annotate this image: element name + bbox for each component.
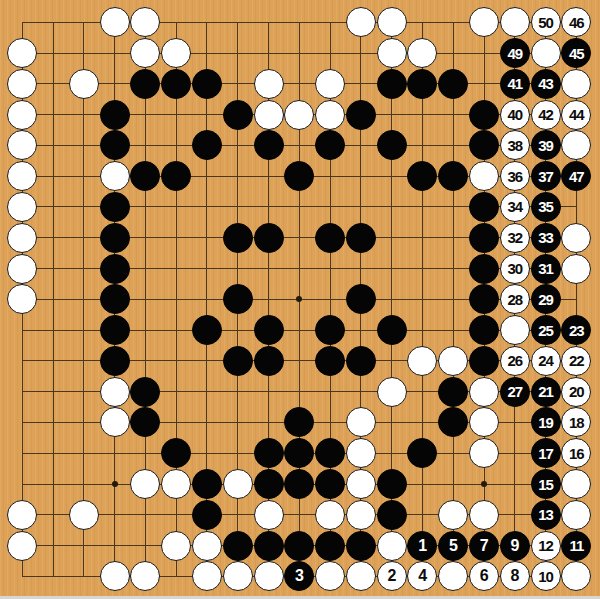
move-number: 46	[569, 15, 584, 30]
move-number: 27	[507, 384, 522, 399]
white-stone	[531, 38, 561, 68]
move-number: 11	[569, 538, 583, 553]
black-stone	[438, 69, 468, 99]
white-stone	[7, 254, 37, 284]
black-stone	[284, 407, 314, 437]
numbered-black-stone: 43	[531, 69, 561, 99]
move-number: 9	[511, 538, 519, 554]
numbered-black-stone: 7	[469, 531, 499, 561]
move-number: 25	[538, 323, 553, 338]
move-number: 31	[538, 261, 553, 276]
numbered-white-stone: 22	[561, 346, 591, 376]
move-number: 35	[538, 199, 553, 214]
black-stone	[100, 192, 130, 222]
move-number: 20	[569, 384, 584, 399]
move-number: 50	[538, 15, 553, 30]
move-number: 45	[569, 46, 584, 61]
black-stone	[223, 223, 253, 253]
black-stone	[100, 100, 130, 130]
white-stone	[69, 69, 99, 99]
black-stone	[161, 69, 191, 99]
numbered-white-stone: 34	[500, 192, 530, 222]
white-stone	[377, 531, 407, 561]
black-stone	[100, 315, 130, 345]
numbered-black-stone: 49	[500, 38, 530, 68]
move-number: 49	[507, 46, 522, 61]
numbered-black-stone: 29	[531, 284, 561, 314]
black-stone	[438, 407, 468, 437]
white-stone	[346, 407, 376, 437]
white-stone	[7, 130, 37, 160]
white-stone	[7, 192, 37, 222]
white-stone	[561, 500, 591, 530]
move-number: 41	[507, 76, 522, 91]
black-stone	[161, 438, 191, 468]
move-number: 3	[295, 568, 303, 584]
white-stone	[315, 500, 345, 530]
numbered-black-stone: 25	[531, 315, 561, 345]
numbered-black-stone: 13	[531, 500, 561, 530]
white-stone	[254, 100, 284, 130]
white-stone	[130, 561, 160, 591]
white-stone	[223, 561, 253, 591]
numbered-white-stone: 32	[500, 223, 530, 253]
move-number: 1	[418, 538, 426, 554]
move-number: 18	[569, 415, 584, 430]
white-stone	[561, 223, 591, 253]
move-number: 39	[538, 138, 553, 153]
move-number: 43	[538, 76, 553, 91]
white-stone	[130, 38, 160, 68]
black-stone	[469, 284, 499, 314]
black-stone	[469, 254, 499, 284]
numbered-black-stone: 33	[531, 223, 561, 253]
move-number: 4	[418, 568, 426, 584]
numbered-white-stone: 2	[377, 561, 407, 591]
move-number: 10	[538, 569, 553, 584]
move-number: 44	[569, 107, 584, 122]
move-number: 32	[507, 230, 522, 245]
white-stone	[346, 561, 376, 591]
black-stone	[407, 69, 437, 99]
white-stone	[223, 469, 253, 499]
white-stone	[346, 438, 376, 468]
move-number: 6	[480, 568, 488, 584]
move-number: 36	[507, 169, 522, 184]
black-stone	[407, 438, 437, 468]
black-stone	[469, 346, 499, 376]
white-stone	[100, 7, 130, 37]
move-number: 28	[507, 292, 522, 307]
move-number: 5	[449, 538, 457, 554]
white-stone	[469, 407, 499, 437]
black-stone	[100, 130, 130, 160]
white-stone	[254, 561, 284, 591]
numbered-black-stone: 5	[438, 531, 468, 561]
numbered-white-stone: 42	[531, 100, 561, 130]
hoshi-point	[296, 296, 302, 302]
black-stone	[100, 223, 130, 253]
white-stone	[561, 561, 591, 591]
black-stone	[254, 223, 284, 253]
white-stone	[100, 561, 130, 591]
numbered-white-stone: 8	[500, 561, 530, 591]
move-number: 30	[507, 261, 522, 276]
move-number: 19	[538, 415, 553, 430]
white-stone	[7, 161, 37, 191]
black-stone	[346, 346, 376, 376]
numbered-white-stone: 40	[500, 100, 530, 130]
numbered-white-stone: 12	[531, 531, 561, 561]
black-stone	[254, 438, 284, 468]
black-stone	[284, 161, 314, 191]
white-stone	[561, 69, 591, 99]
numbered-black-stone: 11	[561, 531, 591, 561]
numbered-white-stone: 26	[500, 346, 530, 376]
white-stone	[7, 284, 37, 314]
black-stone	[192, 69, 222, 99]
grid-line-v	[422, 22, 423, 577]
white-stone	[7, 69, 37, 99]
black-stone	[438, 377, 468, 407]
black-stone	[130, 69, 160, 99]
white-stone	[69, 500, 99, 530]
white-stone	[100, 161, 130, 191]
numbered-black-stone: 15	[531, 469, 561, 499]
white-stone	[315, 561, 345, 591]
black-stone	[346, 531, 376, 561]
white-stone	[377, 7, 407, 37]
black-stone	[469, 100, 499, 130]
numbered-black-stone: 31	[531, 254, 561, 284]
numbered-white-stone: 44	[561, 100, 591, 130]
white-stone	[377, 377, 407, 407]
black-stone	[192, 130, 222, 160]
white-stone	[500, 7, 530, 37]
numbered-black-stone: 9	[500, 531, 530, 561]
white-stone	[7, 500, 37, 530]
black-stone	[377, 69, 407, 99]
move-number: 40	[507, 107, 522, 122]
white-stone	[130, 469, 160, 499]
black-stone	[192, 469, 222, 499]
numbered-white-stone: 6	[469, 561, 499, 591]
hoshi-point	[481, 481, 487, 487]
white-stone	[469, 377, 499, 407]
black-stone	[377, 469, 407, 499]
black-stone	[100, 284, 130, 314]
black-stone	[377, 130, 407, 160]
black-stone	[469, 130, 499, 160]
hoshi-point	[112, 481, 118, 487]
move-number: 17	[538, 446, 553, 461]
move-number: 21	[538, 384, 553, 399]
move-number: 23	[569, 323, 584, 338]
white-stone	[284, 100, 314, 130]
white-stone	[192, 561, 222, 591]
black-stone	[192, 315, 222, 345]
black-stone	[469, 315, 499, 345]
numbered-black-stone: 21	[531, 377, 561, 407]
white-stone	[407, 38, 437, 68]
black-stone	[315, 469, 345, 499]
numbered-black-stone: 35	[531, 192, 561, 222]
numbered-white-stone: 18	[561, 407, 591, 437]
numbered-black-stone: 17	[531, 438, 561, 468]
black-stone	[346, 284, 376, 314]
numbered-black-stone: 1	[407, 531, 437, 561]
move-number: 34	[507, 199, 522, 214]
black-stone	[130, 377, 160, 407]
grid-line-v	[453, 22, 454, 577]
move-number: 42	[538, 107, 553, 122]
move-number: 24	[538, 353, 553, 368]
white-stone	[315, 69, 345, 99]
black-stone	[346, 223, 376, 253]
black-stone	[469, 192, 499, 222]
white-stone	[254, 69, 284, 99]
black-stone	[254, 346, 284, 376]
move-number: 47	[569, 169, 584, 184]
move-number: 12	[538, 538, 553, 553]
white-stone	[469, 500, 499, 530]
numbered-black-stone: 47	[561, 161, 591, 191]
move-number: 22	[569, 353, 584, 368]
black-stone	[377, 315, 407, 345]
white-stone	[161, 38, 191, 68]
numbered-white-stone: 46	[561, 7, 591, 37]
move-number: 7	[480, 538, 488, 554]
black-stone	[284, 438, 314, 468]
numbered-white-stone: 50	[531, 7, 561, 37]
move-number: 16	[569, 446, 584, 461]
black-stone	[315, 223, 345, 253]
numbered-white-stone: 10	[531, 561, 561, 591]
black-stone	[100, 346, 130, 376]
black-stone	[223, 284, 253, 314]
black-stone	[315, 346, 345, 376]
white-stone	[161, 531, 191, 561]
move-number: 37	[538, 169, 553, 184]
white-stone	[438, 561, 468, 591]
numbered-white-stone: 16	[561, 438, 591, 468]
black-stone	[130, 407, 160, 437]
black-stone	[254, 469, 284, 499]
numbered-white-stone: 30	[500, 254, 530, 284]
black-stone	[315, 438, 345, 468]
white-stone	[438, 500, 468, 530]
go-board: 5046494541434042443839363747343532333031…	[0, 0, 600, 599]
black-stone	[223, 531, 253, 561]
numbered-white-stone: 20	[561, 377, 591, 407]
move-number: 8	[511, 568, 519, 584]
white-stone	[438, 346, 468, 376]
black-stone	[100, 254, 130, 284]
white-stone	[561, 469, 591, 499]
black-stone	[130, 161, 160, 191]
numbered-white-stone: 38	[500, 130, 530, 160]
white-stone	[469, 438, 499, 468]
numbered-black-stone: 3	[284, 561, 314, 591]
white-stone	[315, 100, 345, 130]
move-number: 29	[538, 292, 553, 307]
move-number: 33	[538, 230, 553, 245]
black-stone	[284, 469, 314, 499]
move-number: 26	[507, 353, 522, 368]
black-stone	[315, 531, 345, 561]
numbered-black-stone: 19	[531, 407, 561, 437]
white-stone	[7, 531, 37, 561]
black-stone	[192, 500, 222, 530]
black-stone	[254, 315, 284, 345]
white-stone	[561, 254, 591, 284]
white-stone	[7, 223, 37, 253]
white-stone	[254, 500, 284, 530]
black-stone	[377, 500, 407, 530]
white-stone	[377, 38, 407, 68]
white-stone	[500, 315, 530, 345]
black-stone	[438, 161, 468, 191]
white-stone	[469, 7, 499, 37]
black-stone	[315, 130, 345, 160]
numbered-white-stone: 4	[407, 561, 437, 591]
move-number: 2	[387, 568, 395, 584]
move-number: 15	[538, 477, 553, 492]
white-stone	[346, 469, 376, 499]
black-stone	[223, 100, 253, 130]
black-stone	[284, 531, 314, 561]
numbered-black-stone: 23	[561, 315, 591, 345]
white-stone	[130, 7, 160, 37]
white-stone	[346, 7, 376, 37]
numbered-white-stone: 36	[500, 161, 530, 191]
black-stone	[254, 130, 284, 160]
move-number: 13	[538, 507, 553, 522]
black-stone	[254, 531, 284, 561]
white-stone	[7, 100, 37, 130]
white-stone	[346, 500, 376, 530]
black-stone	[161, 161, 191, 191]
numbered-black-stone: 39	[531, 130, 561, 160]
white-stone	[100, 377, 130, 407]
white-stone	[7, 38, 37, 68]
numbered-white-stone: 24	[531, 346, 561, 376]
black-stone	[315, 315, 345, 345]
move-number: 38	[507, 138, 522, 153]
black-stone	[346, 100, 376, 130]
numbered-black-stone: 45	[561, 38, 591, 68]
numbered-black-stone: 27	[500, 377, 530, 407]
white-stone	[100, 407, 130, 437]
numbered-black-stone: 37	[531, 161, 561, 191]
white-stone	[407, 346, 437, 376]
white-stone	[469, 161, 499, 191]
numbered-white-stone: 28	[500, 284, 530, 314]
numbered-black-stone: 41	[500, 69, 530, 99]
white-stone	[561, 130, 591, 160]
white-stone	[192, 531, 222, 561]
black-stone	[407, 161, 437, 191]
white-stone	[161, 469, 191, 499]
black-stone	[469, 223, 499, 253]
black-stone	[223, 346, 253, 376]
